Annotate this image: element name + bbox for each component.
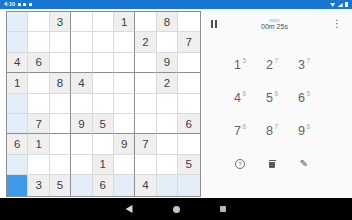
cell-r4c8[interactable]: 2 [157,73,178,93]
cell-r6c9[interactable]: 6 [178,114,199,134]
cell-r4c4[interactable]: 4 [71,73,92,93]
numpad-digit: 5 [266,91,273,105]
cell-r1c4[interactable] [71,12,92,32]
cell-r5c7[interactable] [135,94,156,114]
cell-r1c7[interactable] [135,12,156,32]
notification-icon [23,3,26,7]
cell-r9c8[interactable] [157,175,178,195]
cell-r1c8[interactable]: 8 [157,12,178,32]
app-bar: easy 00m 25s ⋮ [202,9,352,35]
home-icon [173,206,180,213]
cell-r3c7[interactable] [135,53,156,73]
cell-r8c6[interactable] [114,155,135,175]
numpad-button-5[interactable]: 56 [256,81,288,114]
cell-r2c2[interactable] [28,32,49,52]
numpad-remaining-count: 6 [274,90,278,97]
toolbar: ? ✎ [224,156,352,172]
cell-r4c2[interactable] [28,73,49,93]
cell-r4c9[interactable] [178,73,199,93]
cell-r4c5[interactable] [93,73,114,93]
numpad-remaining-count: 6 [242,123,246,130]
timer-stack: easy 00m 25s [219,17,330,31]
numpad-remaining-count: 6 [242,90,246,97]
android-nav-bar [0,198,352,220]
cell-r6c8[interactable] [157,114,178,134]
cell-r8c5[interactable]: 1 [93,155,114,175]
cell-r5c1[interactable] [7,94,28,114]
numpad: 152737465665768796 [224,48,352,147]
numpad-remaining-count: 7 [274,57,278,64]
numpad-remaining-count: 7 [306,57,310,64]
hint-button[interactable]: ? [224,156,256,172]
cell-r7c3[interactable] [50,134,71,154]
cell-r2c4[interactable] [71,32,92,52]
cell-r6c6[interactable] [114,114,135,134]
cell-r7c8[interactable] [157,134,178,154]
cell-r9c2[interactable]: 3 [28,175,49,195]
board-area: 31827469184279566197153564 [0,9,202,198]
cell-r5c2[interactable] [28,94,49,114]
numpad-digit: 4 [234,91,241,105]
cell-r9c9[interactable] [178,175,199,195]
numpad-remaining-count: 5 [306,90,310,97]
help-icon: ? [235,159,245,169]
sudoku-board: 31827469184279566197153564 [6,11,201,197]
main-content: 31827469184279566197153564 easy 00m 25s … [0,9,352,198]
cell-r5c4[interactable] [71,94,92,114]
cell-r6c5[interactable]: 5 [93,114,114,134]
cell-r2c7[interactable]: 2 [135,32,156,52]
numpad-remaining-count: 6 [306,123,310,130]
status-bar-right [330,0,348,9]
cell-r2c8[interactable] [157,32,178,52]
numpad-button-1[interactable]: 15 [224,48,256,81]
cell-r9c7[interactable]: 4 [135,175,156,195]
delete-button[interactable] [256,156,288,172]
cell-r4c6[interactable] [114,73,135,93]
numpad-digit: 1 [234,58,241,72]
control-panel: easy 00m 25s ⋮ 152737465665768796 ? [202,9,352,198]
overflow-menu-icon[interactable]: ⋮ [330,18,344,30]
cell-r8c1[interactable] [7,155,28,175]
cell-r7c6[interactable]: 9 [114,134,135,154]
cell-r5c3[interactable] [50,94,71,114]
cell-r7c9[interactable] [178,134,199,154]
pencil-button[interactable]: ✎ [288,156,320,172]
cell-r5c8[interactable] [157,94,178,114]
cell-r3c2[interactable]: 6 [28,53,49,73]
pause-icon [211,20,213,28]
home-button[interactable] [172,206,180,213]
cell-r2c3[interactable] [50,32,71,52]
help-glyph: ? [238,160,241,168]
cell-r8c3[interactable] [50,155,71,175]
cell-r1c6[interactable]: 1 [114,12,135,32]
cell-r6c7[interactable] [135,114,156,134]
numpad-remaining-count: 5 [242,57,246,64]
cell-r9c6[interactable] [114,175,135,195]
cell-r5c5[interactable] [93,94,114,114]
cell-r3c1[interactable]: 4 [7,53,28,73]
cell-r1c3[interactable]: 3 [50,12,71,32]
cell-r2c1[interactable] [7,32,28,52]
cell-r1c5[interactable] [93,12,114,32]
cell-r1c1[interactable] [7,12,28,32]
cell-r2c6[interactable] [114,32,135,52]
numpad-digit: 6 [298,91,305,105]
cell-r3c5[interactable] [93,53,114,73]
numpad-remaining-count: 7 [274,123,278,130]
numpad-button-7[interactable]: 76 [224,114,256,147]
cell-r9c1[interactable] [7,175,28,195]
notification-icon [18,3,21,7]
recents-button[interactable] [219,206,227,213]
numpad-digit: 9 [298,124,305,138]
wifi-icon [330,3,335,7]
back-button[interactable] [125,205,133,213]
numpad-button-9[interactable]: 96 [288,114,320,147]
cell-r7c1[interactable]: 6 [7,134,28,154]
cell-r6c4[interactable]: 9 [71,114,92,134]
cell-r2c5[interactable] [93,32,114,52]
cell-r3c6[interactable] [114,53,135,73]
cell-r9c3[interactable]: 5 [50,175,71,195]
cell-r6c3[interactable] [50,114,71,134]
cell-r7c5[interactable] [93,134,114,154]
notification-icon [29,3,32,7]
cell-r2c9[interactable]: 7 [178,32,199,52]
cell-r7c7[interactable]: 7 [135,134,156,154]
cell-r8c2[interactable] [28,155,49,175]
cell-r3c3[interactable] [50,53,71,73]
cell-r4c3[interactable]: 8 [50,73,71,93]
sudoku-app-screen: 4:10 31827469184279566197153564 easy 0 [0,0,352,220]
cell-r3c8[interactable]: 9 [157,53,178,73]
numpad-digit: 7 [234,124,241,138]
cell-r8c9[interactable]: 5 [178,155,199,175]
numpad-button-8[interactable]: 87 [256,114,288,147]
pencil-icon: ✎ [300,159,308,169]
cell-r8c7[interactable] [135,155,156,175]
cell-r6c1[interactable] [7,114,28,134]
cell-r5c9[interactable] [178,94,199,114]
back-icon [126,205,133,213]
cell-r8c4[interactable] [71,155,92,175]
numpad-button-6[interactable]: 65 [288,81,320,114]
status-bar-left: 4:10 [4,0,32,9]
battery-icon [345,2,348,7]
cell-r1c2[interactable] [28,12,49,32]
cell-r4c7[interactable] [135,73,156,93]
numpad-button-3[interactable]: 37 [288,48,320,81]
status-time: 4:10 [4,0,15,9]
cell-r3c4[interactable] [71,53,92,73]
cell-r9c5[interactable]: 6 [93,175,114,195]
signal-icon [338,3,343,7]
cell-r6c2[interactable]: 7 [28,114,49,134]
cell-r7c2[interactable]: 1 [28,134,49,154]
cell-r3c9[interactable] [178,53,199,73]
cell-r4c1[interactable]: 1 [7,73,28,93]
cell-r9c4[interactable] [71,175,92,195]
timer-label: 00m 25s [219,23,330,31]
numpad-digit: 3 [298,58,305,72]
cell-r7c4[interactable] [71,134,92,154]
pause-button[interactable] [209,18,219,30]
numpad-digit: 8 [266,124,273,138]
numpad-digit: 2 [266,58,273,72]
numpad-button-4[interactable]: 46 [224,81,256,114]
recents-icon [220,206,227,213]
cell-r5c6[interactable] [114,94,135,114]
pause-icon [215,20,217,28]
cell-r8c8[interactable] [157,155,178,175]
status-bar: 4:10 [0,0,352,9]
numpad-button-2[interactable]: 27 [256,48,288,81]
cell-r1c9[interactable] [178,12,199,32]
trash-icon [269,160,276,168]
